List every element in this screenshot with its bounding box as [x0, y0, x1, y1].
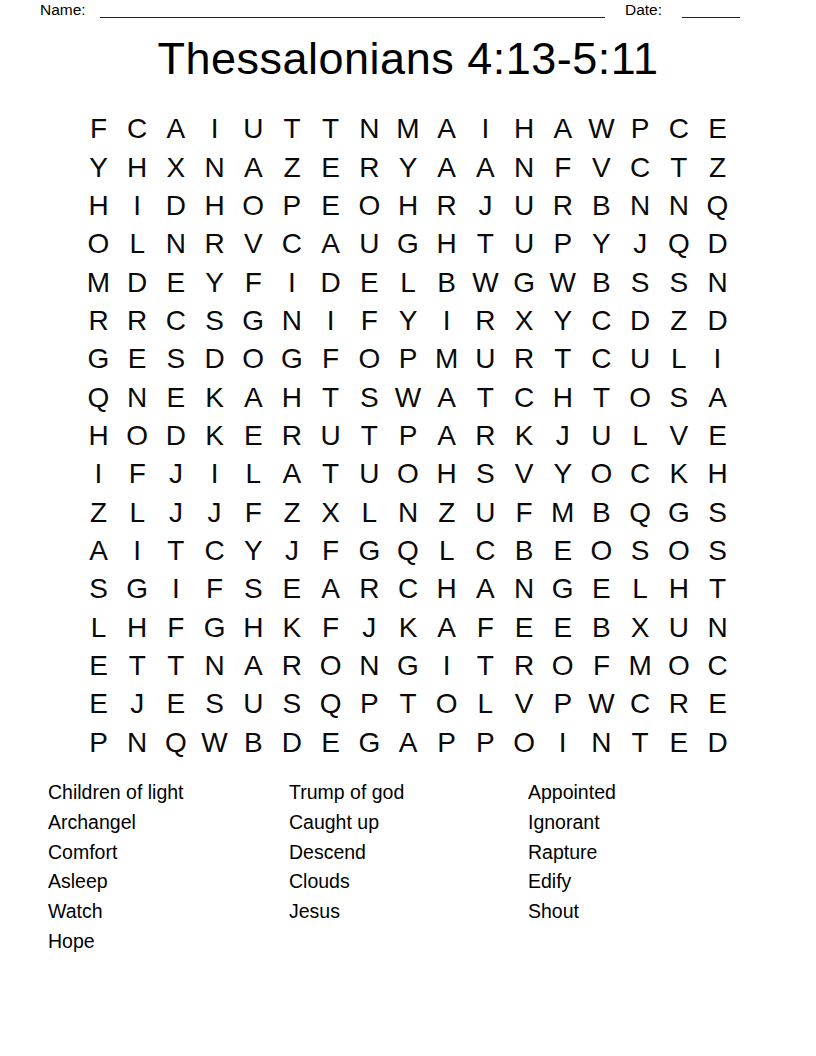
grid-cell-r7c7[interactable]: F [311, 340, 350, 378]
grid-cell-r5c15[interactable]: S [621, 263, 660, 301]
grid-cell-r1c14[interactable]: W [582, 110, 621, 148]
grid-cell-r4c6[interactable]: C [273, 225, 312, 263]
grid-cell-r7c11[interactable]: U [466, 340, 505, 378]
grid-cell-r17c8[interactable]: G [350, 724, 389, 762]
grid-cell-r12c2[interactable]: I [118, 532, 157, 570]
grid-cell-r10c15[interactable]: C [621, 455, 660, 493]
grid-cell-r14c11[interactable]: F [466, 608, 505, 646]
grid-cell-r15c12[interactable]: R [505, 647, 544, 685]
grid-cell-r15c5[interactable]: A [234, 647, 273, 685]
grid-cell-r4c3[interactable]: N [157, 225, 196, 263]
grid-cell-r13c7[interactable]: A [311, 570, 350, 608]
grid-cell-r11c6[interactable]: Z [273, 493, 312, 531]
grid-cell-r15c7[interactable]: O [311, 647, 350, 685]
grid-cell-r17c7[interactable]: E [311, 724, 350, 762]
grid-cell-r9c2[interactable]: O [118, 417, 157, 455]
grid-cell-r15c16[interactable]: O [659, 647, 698, 685]
grid-cell-r12c7[interactable]: F [311, 532, 350, 570]
grid-cell-r2c16[interactable]: T [659, 148, 698, 186]
grid-cell-r1c9[interactable]: M [389, 110, 428, 148]
grid-cell-r12c14[interactable]: O [582, 532, 621, 570]
grid-cell-r13c10[interactable]: H [427, 570, 466, 608]
grid-cell-r9c4[interactable]: K [195, 417, 234, 455]
word-list-item: Appointed [528, 778, 616, 808]
grid-cell-r7c9[interactable]: P [389, 340, 428, 378]
grid-cell-r7c10[interactable]: M [427, 340, 466, 378]
grid-cell-r1c3[interactable]: A [157, 110, 196, 148]
grid-cell-r13c3[interactable]: I [157, 570, 196, 608]
grid-cell-r4c17[interactable]: D [698, 225, 737, 263]
grid-cell-r4c10[interactable]: H [427, 225, 466, 263]
grid-cell-r7c1[interactable]: G [79, 340, 118, 378]
grid-cell-r10c17[interactable]: H [698, 455, 737, 493]
grid-cell-r14c5[interactable]: H [234, 608, 273, 646]
grid-cell-r8c17[interactable]: A [698, 378, 737, 416]
word-search-grid: FCAIUTTNMAIHAWPCEYHXNAZERYAANFVCTZHIDHOP… [79, 110, 737, 762]
grid-cell-r13c2[interactable]: G [118, 570, 157, 608]
grid-cell-r12c4[interactable]: C [195, 532, 234, 570]
grid-cell-r6c9[interactable]: Y [389, 302, 428, 340]
grid-cell-r10c8[interactable]: U [350, 455, 389, 493]
grid-cell-r15c3[interactable]: T [157, 647, 196, 685]
grid-cell-r1c6[interactable]: T [273, 110, 312, 148]
grid-cell-r5c2[interactable]: D [118, 263, 157, 301]
grid-cell-r17c4[interactable]: W [195, 724, 234, 762]
grid-cell-r10c4[interactable]: I [195, 455, 234, 493]
grid-cell-r1c8[interactable]: N [350, 110, 389, 148]
grid-cell-r10c14[interactable]: O [582, 455, 621, 493]
grid-cell-r7c12[interactable]: R [505, 340, 544, 378]
grid-cell-r8c6[interactable]: H [273, 378, 312, 416]
grid-cell-r3c11[interactable]: J [466, 187, 505, 225]
grid-cell-r11c8[interactable]: L [350, 493, 389, 531]
grid-cell-r14c4[interactable]: G [195, 608, 234, 646]
grid-cell-r6c11[interactable]: R [466, 302, 505, 340]
grid-cell-r5c8[interactable]: E [350, 263, 389, 301]
grid-cell-r14c15[interactable]: X [621, 608, 660, 646]
grid-cell-r4c8[interactable]: U [350, 225, 389, 263]
grid-cell-r15c8[interactable]: N [350, 647, 389, 685]
grid-cell-r13c13[interactable]: G [543, 570, 582, 608]
grid-cell-r16c12[interactable]: V [505, 685, 544, 723]
grid-cell-r5c10[interactable]: B [427, 263, 466, 301]
grid-cell-r3c17[interactable]: Q [698, 187, 737, 225]
grid-cell-r2c13[interactable]: F [543, 148, 582, 186]
grid-cell-r13c6[interactable]: E [273, 570, 312, 608]
grid-cell-r8c7[interactable]: T [311, 378, 350, 416]
grid-cell-r10c11[interactable]: S [466, 455, 505, 493]
grid-cell-r2c1[interactable]: Y [79, 148, 118, 186]
grid-cell-r16c6[interactable]: S [273, 685, 312, 723]
grid-cell-r11c1[interactable]: Z [79, 493, 118, 531]
grid-cell-r4c7[interactable]: A [311, 225, 350, 263]
grid-cell-r8c13[interactable]: H [543, 378, 582, 416]
grid-cell-r4c14[interactable]: Y [582, 225, 621, 263]
grid-cell-r12c11[interactable]: C [466, 532, 505, 570]
grid-cell-r11c9[interactable]: N [389, 493, 428, 531]
grid-cell-r9c10[interactable]: A [427, 417, 466, 455]
grid-cell-r5c12[interactable]: G [505, 263, 544, 301]
grid-cell-r17c6[interactable]: D [273, 724, 312, 762]
grid-cell-r13c5[interactable]: S [234, 570, 273, 608]
grid-cell-r17c10[interactable]: P [427, 724, 466, 762]
grid-cell-r5c13[interactable]: W [543, 263, 582, 301]
grid-cell-r2c15[interactable]: C [621, 148, 660, 186]
grid-cell-r7c4[interactable]: D [195, 340, 234, 378]
grid-cell-r1c1[interactable]: F [79, 110, 118, 148]
grid-cell-r17c16[interactable]: E [659, 724, 698, 762]
grid-cell-r17c2[interactable]: N [118, 724, 157, 762]
grid-cell-r3c8[interactable]: O [350, 187, 389, 225]
grid-cell-r17c15[interactable]: T [621, 724, 660, 762]
grid-cell-r11c3[interactable]: J [157, 493, 196, 531]
grid-cell-r4c4[interactable]: R [195, 225, 234, 263]
grid-cell-r7c17[interactable]: I [698, 340, 737, 378]
grid-cell-r9c14[interactable]: U [582, 417, 621, 455]
grid-cell-r17c1[interactable]: P [79, 724, 118, 762]
grid-cell-r9c7[interactable]: U [311, 417, 350, 455]
grid-cell-r12c13[interactable]: E [543, 532, 582, 570]
grid-cell-r6c10[interactable]: I [427, 302, 466, 340]
grid-cell-r3c1[interactable]: H [79, 187, 118, 225]
grid-cell-r3c10[interactable]: R [427, 187, 466, 225]
grid-cell-r8c14[interactable]: T [582, 378, 621, 416]
grid-cell-r10c3[interactable]: J [157, 455, 196, 493]
grid-cell-r9c1[interactable]: H [79, 417, 118, 455]
grid-cell-r13c1[interactable]: S [79, 570, 118, 608]
word-list-column-2: Trump of godCaught upDescendCloudsJesus [289, 778, 404, 927]
grid-cell-r14c14[interactable]: B [582, 608, 621, 646]
grid-cell-r4c15[interactable]: J [621, 225, 660, 263]
grid-cell-r10c5[interactable]: L [234, 455, 273, 493]
date-blank-line[interactable] [682, 0, 740, 18]
grid-cell-r13c8[interactable]: R [350, 570, 389, 608]
grid-cell-r7c8[interactable]: O [350, 340, 389, 378]
grid-cell-r15c10[interactable]: I [427, 647, 466, 685]
grid-cell-r13c14[interactable]: E [582, 570, 621, 608]
grid-cell-r7c14[interactable]: C [582, 340, 621, 378]
grid-cell-r1c4[interactable]: I [195, 110, 234, 148]
grid-cell-r8c15[interactable]: O [621, 378, 660, 416]
grid-cell-r6c4[interactable]: S [195, 302, 234, 340]
grid-cell-r1c13[interactable]: A [543, 110, 582, 148]
grid-cell-r12c12[interactable]: B [505, 532, 544, 570]
grid-cell-r11c12[interactable]: F [505, 493, 544, 531]
grid-cell-r11c5[interactable]: F [234, 493, 273, 531]
grid-cell-r10c7[interactable]: T [311, 455, 350, 493]
grid-cell-r9c11[interactable]: R [466, 417, 505, 455]
grid-cell-r14c10[interactable]: A [427, 608, 466, 646]
grid-cell-r8c1[interactable]: Q [79, 378, 118, 416]
grid-cell-r5c5[interactable]: F [234, 263, 273, 301]
grid-cell-r4c5[interactable]: V [234, 225, 273, 263]
grid-cell-r5c14[interactable]: B [582, 263, 621, 301]
grid-cell-r6c5[interactable]: G [234, 302, 273, 340]
grid-cell-r8c5[interactable]: A [234, 378, 273, 416]
grid-cell-r6c15[interactable]: D [621, 302, 660, 340]
grid-cell-r3c13[interactable]: R [543, 187, 582, 225]
grid-cell-r17c13[interactable]: I [543, 724, 582, 762]
grid-cell-r5c6[interactable]: I [273, 263, 312, 301]
grid-cell-r8c12[interactable]: C [505, 378, 544, 416]
grid-cell-r16c14[interactable]: W [582, 685, 621, 723]
grid-cell-r8c16[interactable]: S [659, 378, 698, 416]
grid-cell-r2c4[interactable]: N [195, 148, 234, 186]
grid-cell-r6c6[interactable]: N [273, 302, 312, 340]
grid-cell-r9c6[interactable]: R [273, 417, 312, 455]
grid-cell-r11c10[interactable]: Z [427, 493, 466, 531]
grid-cell-r15c11[interactable]: T [466, 647, 505, 685]
grid-cell-r14c3[interactable]: F [157, 608, 196, 646]
grid-cell-r6c12[interactable]: X [505, 302, 544, 340]
grid-cell-r14c6[interactable]: K [273, 608, 312, 646]
grid-cell-r16c11[interactable]: L [466, 685, 505, 723]
grid-cell-r2c2[interactable]: H [118, 148, 157, 186]
grid-cell-r16c1[interactable]: E [79, 685, 118, 723]
grid-cell-r3c12[interactable]: U [505, 187, 544, 225]
grid-cell-r13c4[interactable]: F [195, 570, 234, 608]
grid-cell-r2c3[interactable]: X [157, 148, 196, 186]
grid-cell-r14c17[interactable]: N [698, 608, 737, 646]
grid-cell-r5c16[interactable]: S [659, 263, 698, 301]
grid-cell-r7c6[interactable]: G [273, 340, 312, 378]
grid-cell-r5c9[interactable]: L [389, 263, 428, 301]
grid-cell-r6c17[interactable]: D [698, 302, 737, 340]
grid-cell-r4c13[interactable]: P [543, 225, 582, 263]
grid-cell-r15c9[interactable]: G [389, 647, 428, 685]
grid-cell-r13c9[interactable]: C [389, 570, 428, 608]
grid-cell-r11c13[interactable]: M [543, 493, 582, 531]
word-list-item: Jesus [289, 897, 404, 927]
grid-cell-r12c3[interactable]: T [157, 532, 196, 570]
grid-cell-r10c16[interactable]: K [659, 455, 698, 493]
grid-cell-r13c16[interactable]: H [659, 570, 698, 608]
grid-cell-r1c5[interactable]: U [234, 110, 273, 148]
grid-cell-r11c15[interactable]: Q [621, 493, 660, 531]
grid-cell-r6c13[interactable]: Y [543, 302, 582, 340]
grid-cell-r12c5[interactable]: Y [234, 532, 273, 570]
grid-cell-r12c6[interactable]: J [273, 532, 312, 570]
grid-cell-r5c1[interactable]: M [79, 263, 118, 301]
date-label: Date: [625, 1, 662, 19]
grid-cell-r11c16[interactable]: G [659, 493, 698, 531]
grid-cell-r16c4[interactable]: S [195, 685, 234, 723]
grid-cell-r10c9[interactable]: O [389, 455, 428, 493]
grid-cell-r9c5[interactable]: E [234, 417, 273, 455]
grid-cell-r11c14[interactable]: B [582, 493, 621, 531]
grid-cell-r6c1[interactable]: R [79, 302, 118, 340]
grid-cell-r2c17[interactable]: Z [698, 148, 737, 186]
grid-cell-r17c5[interactable]: B [234, 724, 273, 762]
grid-cell-r8c2[interactable]: N [118, 378, 157, 416]
grid-cell-r15c4[interactable]: N [195, 647, 234, 685]
puzzle-title: Thessalonians 4:13-5:11 [0, 33, 816, 85]
grid-cell-r3c3[interactable]: D [157, 187, 196, 225]
grid-cell-r16c16[interactable]: R [659, 685, 698, 723]
grid-cell-r5c17[interactable]: N [698, 263, 737, 301]
grid-cell-r7c15[interactable]: U [621, 340, 660, 378]
grid-cell-r15c13[interactable]: O [543, 647, 582, 685]
grid-cell-r15c14[interactable]: F [582, 647, 621, 685]
grid-cell-r3c9[interactable]: H [389, 187, 428, 225]
grid-cell-r15c6[interactable]: R [273, 647, 312, 685]
grid-cell-r12c9[interactable]: Q [389, 532, 428, 570]
grid-cell-r14c16[interactable]: U [659, 608, 698, 646]
grid-cell-r17c11[interactable]: P [466, 724, 505, 762]
grid-cell-r12c1[interactable]: A [79, 532, 118, 570]
grid-cell-r17c3[interactable]: Q [157, 724, 196, 762]
grid-cell-r5c7[interactable]: D [311, 263, 350, 301]
grid-cell-r11c11[interactable]: U [466, 493, 505, 531]
grid-cell-r10c12[interactable]: V [505, 455, 544, 493]
name-blank-line[interactable] [100, 0, 605, 18]
grid-cell-r5c11[interactable]: W [466, 263, 505, 301]
grid-cell-r3c5[interactable]: O [234, 187, 273, 225]
grid-cell-r2c6[interactable]: Z [273, 148, 312, 186]
grid-cell-r3c14[interactable]: B [582, 187, 621, 225]
grid-cell-r3c2[interactable]: I [118, 187, 157, 225]
grid-cell-r6c16[interactable]: Z [659, 302, 698, 340]
grid-cell-r16c2[interactable]: J [118, 685, 157, 723]
grid-cell-r13c15[interactable]: L [621, 570, 660, 608]
grid-cell-r16c7[interactable]: Q [311, 685, 350, 723]
grid-cell-r14c2[interactable]: H [118, 608, 157, 646]
grid-cell-r13c12[interactable]: N [505, 570, 544, 608]
grid-cell-r9c17[interactable]: E [698, 417, 737, 455]
grid-cell-r3c6[interactable]: P [273, 187, 312, 225]
grid-cell-r14c9[interactable]: K [389, 608, 428, 646]
grid-cell-r12c16[interactable]: O [659, 532, 698, 570]
grid-cell-r9c12[interactable]: K [505, 417, 544, 455]
grid-cell-r16c8[interactable]: P [350, 685, 389, 723]
grid-cell-r6c3[interactable]: C [157, 302, 196, 340]
grid-cell-r3c16[interactable]: N [659, 187, 698, 225]
grid-cell-r4c9[interactable]: G [389, 225, 428, 263]
grid-cell-r9c16[interactable]: V [659, 417, 698, 455]
grid-cell-r12c10[interactable]: L [427, 532, 466, 570]
grid-cell-r2c7[interactable]: E [311, 148, 350, 186]
grid-cell-r4c11[interactable]: T [466, 225, 505, 263]
grid-cell-r15c1[interactable]: E [79, 647, 118, 685]
grid-cell-r11c4[interactable]: J [195, 493, 234, 531]
grid-cell-r10c10[interactable]: H [427, 455, 466, 493]
grid-cell-r14c1[interactable]: L [79, 608, 118, 646]
grid-cell-r14c7[interactable]: F [311, 608, 350, 646]
grid-cell-r1c17[interactable]: E [698, 110, 737, 148]
grid-cell-r11c7[interactable]: X [311, 493, 350, 531]
grid-cell-r10c2[interactable]: F [118, 455, 157, 493]
grid-cell-r10c1[interactable]: I [79, 455, 118, 493]
grid-cell-r11c17[interactable]: S [698, 493, 737, 531]
grid-cell-r12c17[interactable]: S [698, 532, 737, 570]
grid-cell-r16c17[interactable]: E [698, 685, 737, 723]
grid-cell-r8c4[interactable]: K [195, 378, 234, 416]
grid-cell-r7c16[interactable]: L [659, 340, 698, 378]
word-list-item: Archangel [48, 808, 184, 838]
grid-cell-r17c9[interactable]: A [389, 724, 428, 762]
grid-cell-r4c12[interactable]: U [505, 225, 544, 263]
grid-cell-r16c15[interactable]: C [621, 685, 660, 723]
grid-cell-r2c8[interactable]: R [350, 148, 389, 186]
grid-cell-r6c14[interactable]: C [582, 302, 621, 340]
grid-cell-r9c3[interactable]: D [157, 417, 196, 455]
grid-cell-r1c2[interactable]: C [118, 110, 157, 148]
grid-cell-r2c11[interactable]: A [466, 148, 505, 186]
grid-cell-r1c7[interactable]: T [311, 110, 350, 148]
grid-cell-r17c14[interactable]: N [582, 724, 621, 762]
grid-cell-r15c17[interactable]: C [698, 647, 737, 685]
grid-cell-r3c15[interactable]: N [621, 187, 660, 225]
grid-cell-r16c5[interactable]: U [234, 685, 273, 723]
grid-cell-r14c8[interactable]: J [350, 608, 389, 646]
grid-cell-r7c2[interactable]: E [118, 340, 157, 378]
grid-cell-r12c15[interactable]: S [621, 532, 660, 570]
grid-cell-r2c12[interactable]: N [505, 148, 544, 186]
grid-cell-r9c13[interactable]: J [543, 417, 582, 455]
grid-cell-r14c12[interactable]: E [505, 608, 544, 646]
grid-cell-r16c10[interactable]: O [427, 685, 466, 723]
grid-cell-r1c12[interactable]: H [505, 110, 544, 148]
grid-cell-r15c2[interactable]: T [118, 647, 157, 685]
grid-cell-r7c5[interactable]: O [234, 340, 273, 378]
grid-cell-r8c9[interactable]: W [389, 378, 428, 416]
grid-cell-r11c2[interactable]: L [118, 493, 157, 531]
grid-cell-r14c13[interactable]: E [543, 608, 582, 646]
grid-cell-r16c13[interactable]: P [543, 685, 582, 723]
grid-cell-r1c16[interactable]: C [659, 110, 698, 148]
grid-cell-r15c15[interactable]: M [621, 647, 660, 685]
grid-cell-r2c14[interactable]: V [582, 148, 621, 186]
grid-cell-r4c16[interactable]: Q [659, 225, 698, 263]
grid-cell-r16c9[interactable]: T [389, 685, 428, 723]
grid-cell-r10c13[interactable]: Y [543, 455, 582, 493]
grid-cell-r8c10[interactable]: A [427, 378, 466, 416]
grid-cell-r1c11[interactable]: I [466, 110, 505, 148]
grid-cell-r1c15[interactable]: P [621, 110, 660, 148]
grid-cell-r4c1[interactable]: O [79, 225, 118, 263]
grid-cell-r7c13[interactable]: T [543, 340, 582, 378]
grid-cell-r3c7[interactable]: E [311, 187, 350, 225]
grid-cell-r13c11[interactable]: A [466, 570, 505, 608]
grid-cell-r8c11[interactable]: T [466, 378, 505, 416]
grid-cell-r17c17[interactable]: D [698, 724, 737, 762]
grid-cell-r2c5[interactable]: A [234, 148, 273, 186]
word-list-item: Rapture [528, 838, 616, 868]
word-list-item: Asleep [48, 867, 184, 897]
grid-cell-r8c3[interactable]: E [157, 378, 196, 416]
grid-cell-r10c6[interactable]: A [273, 455, 312, 493]
grid-cell-r4c2[interactable]: L [118, 225, 157, 263]
grid-cell-r6c2[interactable]: R [118, 302, 157, 340]
grid-cell-r13c17[interactable]: T [698, 570, 737, 608]
grid-cell-r6c8[interactable]: F [350, 302, 389, 340]
grid-cell-r12c8[interactable]: G [350, 532, 389, 570]
grid-cell-r9c9[interactable]: P [389, 417, 428, 455]
grid-cell-r9c8[interactable]: T [350, 417, 389, 455]
grid-cell-r5c3[interactable]: E [157, 263, 196, 301]
grid-cell-r8c8[interactable]: S [350, 378, 389, 416]
grid-cell-r9c15[interactable]: L [621, 417, 660, 455]
grid-cell-r1c10[interactable]: A [427, 110, 466, 148]
grid-cell-r6c7[interactable]: I [311, 302, 350, 340]
grid-cell-r16c3[interactable]: E [157, 685, 196, 723]
grid-cell-r5c4[interactable]: Y [195, 263, 234, 301]
grid-cell-r2c10[interactable]: A [427, 148, 466, 186]
grid-cell-r3c4[interactable]: H [195, 187, 234, 225]
grid-cell-r17c12[interactable]: O [505, 724, 544, 762]
grid-cell-r2c9[interactable]: Y [389, 148, 428, 186]
grid-cell-r7c3[interactable]: S [157, 340, 196, 378]
